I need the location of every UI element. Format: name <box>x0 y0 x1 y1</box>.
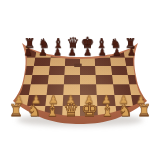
cell-e1: ♚ <box>80 106 98 118</box>
cell-a4 <box>15 75 33 85</box>
cell-d7: ♟ <box>65 49 80 57</box>
cell-d6 <box>65 57 80 65</box>
cell-b7: ♟ <box>35 49 51 57</box>
piece-white-knight: ♞ <box>27 103 41 118</box>
cell-c4 <box>47 75 64 85</box>
cell-a5 <box>17 66 34 75</box>
piece-black-pawn: ♟ <box>24 48 33 57</box>
piece-white-king: ♚ <box>81 100 98 118</box>
piece-grid: ♜♞♝♛♚♝♞♜♟♟♟♟♟♟♟♟♟♟♟♟♟♟♟♟♜♞♝♛♚♝♞♜ <box>7 42 153 118</box>
cell-f4 <box>96 75 113 85</box>
piece-white-queen: ♛ <box>63 101 79 118</box>
cell-e6 <box>80 57 95 65</box>
cell-b1: ♞ <box>25 106 45 118</box>
piece-black-pawn: ♟ <box>113 48 122 57</box>
cell-b4 <box>31 75 48 85</box>
piece-black-pawn: ♟ <box>83 48 92 57</box>
cell-e5 <box>80 66 96 75</box>
piece-white-knight: ♞ <box>118 103 132 118</box>
cell-f5 <box>95 66 111 75</box>
cell-c6 <box>49 57 65 65</box>
cell-g4 <box>112 75 129 85</box>
cell-g1: ♞ <box>115 106 135 118</box>
cell-f1: ♝ <box>98 106 117 118</box>
cell-f6 <box>95 57 111 65</box>
cell-f7: ♟ <box>94 49 109 57</box>
piece-black-pawn: ♟ <box>39 48 48 57</box>
cell-h5 <box>126 66 143 75</box>
cell-h7: ♟ <box>123 49 139 57</box>
cell-h6 <box>125 57 142 65</box>
piece-white-bishop: ♝ <box>45 103 59 118</box>
piece-white-rook: ♜ <box>9 103 23 118</box>
cell-a1: ♜ <box>7 106 27 118</box>
piece-white-rook: ♜ <box>137 103 151 118</box>
cell-g7: ♟ <box>109 49 125 57</box>
cell-d4 <box>64 75 80 85</box>
cell-b6 <box>34 57 50 65</box>
cell-d1: ♛ <box>62 106 80 118</box>
piece-layer: ♜♞♝♛♚♝♞♜♟♟♟♟♟♟♟♟♟♟♟♟♟♟♟♟♜♞♝♛♚♝♞♜ <box>0 0 160 160</box>
cell-h1: ♜ <box>133 106 153 118</box>
cell-e7: ♟ <box>80 49 95 57</box>
piece-black-pawn: ♟ <box>128 48 137 57</box>
cell-c1: ♝ <box>44 106 63 118</box>
piece-black-pawn: ♟ <box>53 48 62 57</box>
cell-e4 <box>80 75 96 85</box>
cell-b5 <box>33 66 50 75</box>
cell-d5 <box>64 66 80 75</box>
piece-white-bishop: ♝ <box>100 103 114 118</box>
cell-a6 <box>19 57 36 65</box>
cell-h4 <box>127 75 145 85</box>
cell-g5 <box>111 66 128 75</box>
cell-c5 <box>48 66 64 75</box>
piece-black-pawn: ♟ <box>98 48 107 57</box>
cell-a7: ♟ <box>21 49 37 57</box>
cell-c7: ♟ <box>50 49 65 57</box>
piece-black-pawn: ♟ <box>68 48 77 57</box>
cell-g6 <box>110 57 126 65</box>
chess-set-photo: ♜♞♝♛♚♝♞♜♟♟♟♟♟♟♟♟♟♟♟♟♟♟♟♟♜♞♝♛♚♝♞♜ <box>0 0 160 160</box>
